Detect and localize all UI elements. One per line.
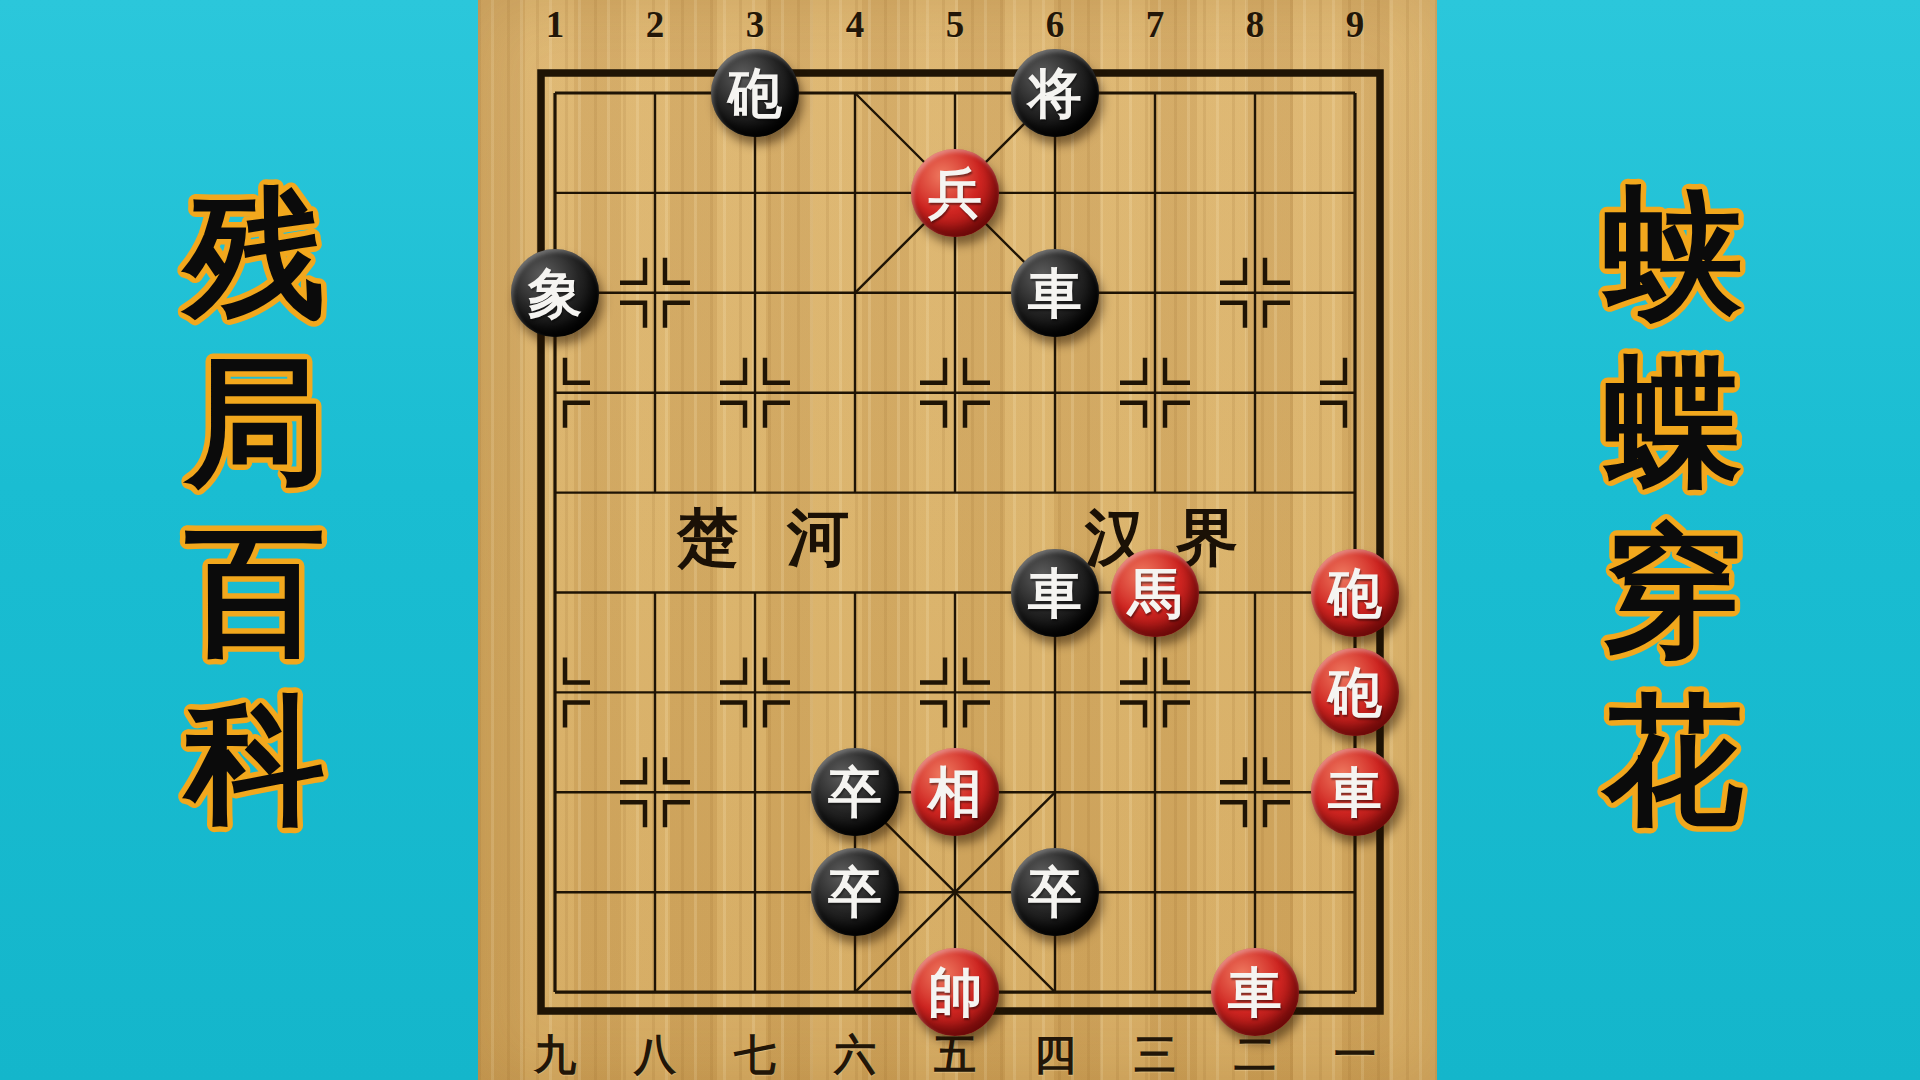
piece-glyph: 車 [1028, 266, 1082, 320]
piece-black-general[interactable]: 将 [1011, 49, 1099, 137]
piece-red-chariot[interactable]: 車 [1311, 748, 1399, 836]
title-left-char-3: 百 [184, 513, 325, 670]
piece-red-horse[interactable]: 馬 [1111, 549, 1199, 637]
piece-black-chariot[interactable]: 車 [1011, 249, 1099, 337]
title-right-char-4: 花 [1600, 682, 1743, 839]
piece-glyph: 車 [1028, 566, 1082, 620]
video-frame: 123456789 楚 河 汉 界 砲将兵象車車馬砲砲卒相車卒卒帥車 九八七六五… [0, 0, 1920, 1080]
piece-glyph: 砲 [1328, 566, 1382, 620]
piece-glyph: 兵 [928, 166, 982, 220]
piece-glyph: 相 [928, 765, 982, 819]
piece-glyph: 卒 [1028, 865, 1082, 919]
piece-red-elephant[interactable]: 相 [911, 748, 999, 836]
piece-glyph: 車 [1328, 765, 1382, 819]
piece-glyph: 帥 [928, 965, 982, 1019]
piece-black-elephant[interactable]: 象 [511, 249, 599, 337]
title-right-char-1: 蛱 [1601, 175, 1743, 332]
piece-red-soldier[interactable]: 兵 [911, 149, 999, 237]
piece-red-cannon[interactable]: 砲 [1311, 549, 1399, 637]
piece-red-chariot[interactable]: 車 [1211, 948, 1299, 1036]
piece-black-cannon[interactable]: 砲 [711, 49, 799, 137]
title-left-char-2: 局 [182, 344, 325, 501]
piece-red-general[interactable]: 帥 [911, 948, 999, 1036]
title-right-char-2: 蝶 [1602, 344, 1743, 501]
piece-black-soldier[interactable]: 卒 [1011, 848, 1099, 936]
piece-glyph: 砲 [728, 66, 782, 120]
piece-red-cannon[interactable]: 砲 [1311, 648, 1399, 736]
piece-glyph: 車 [1228, 965, 1282, 1019]
piece-glyph: 馬 [1128, 566, 1182, 620]
piece-glyph: 卒 [828, 765, 882, 819]
title-left-char-1: 残 [180, 175, 325, 332]
piece-black-soldier[interactable]: 卒 [811, 748, 899, 836]
piece-glyph: 砲 [1328, 665, 1382, 719]
title-left-char-4: 科 [182, 682, 325, 839]
piece-black-chariot[interactable]: 車 [1011, 549, 1099, 637]
piece-glyph: 卒 [828, 865, 882, 919]
piece-glyph: 将 [1028, 66, 1082, 120]
piece-glyph: 象 [528, 266, 582, 320]
title-right-char-3: 穿 [1603, 513, 1743, 670]
piece-black-soldier[interactable]: 卒 [811, 848, 899, 936]
